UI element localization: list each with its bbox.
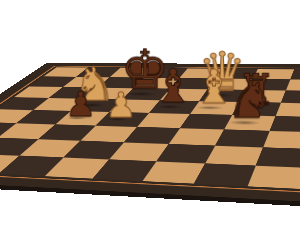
chessboard-photo: ♚♛♞♝♝♜♟♟♞ [0, 0, 300, 249]
chess-board: ♚♛♞♝♝♜♟♟♞ [0, 62, 300, 202]
piece-brown-bishop[interactable]: ♝ [152, 63, 194, 109]
pieces-layer: ♚♛♞♝♝♜♟♟♞ [0, 67, 300, 189]
piece-white-pawn[interactable]: ♟ [99, 86, 142, 121]
piece-brown-knight[interactable]: ♞ [227, 73, 272, 124]
piece-brown-pawn[interactable]: ♟ [60, 85, 102, 119]
